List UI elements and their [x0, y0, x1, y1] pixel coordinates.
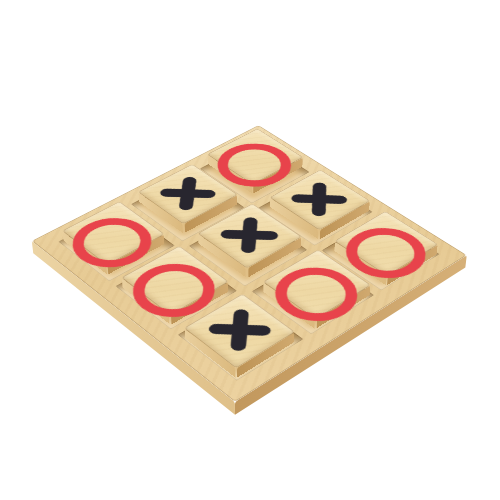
photo-scene	[0, 0, 500, 500]
board-surface	[32, 125, 467, 402]
board-grid	[56, 138, 443, 384]
tictactoe-board	[32, 125, 467, 402]
product-photo	[0, 0, 500, 500]
